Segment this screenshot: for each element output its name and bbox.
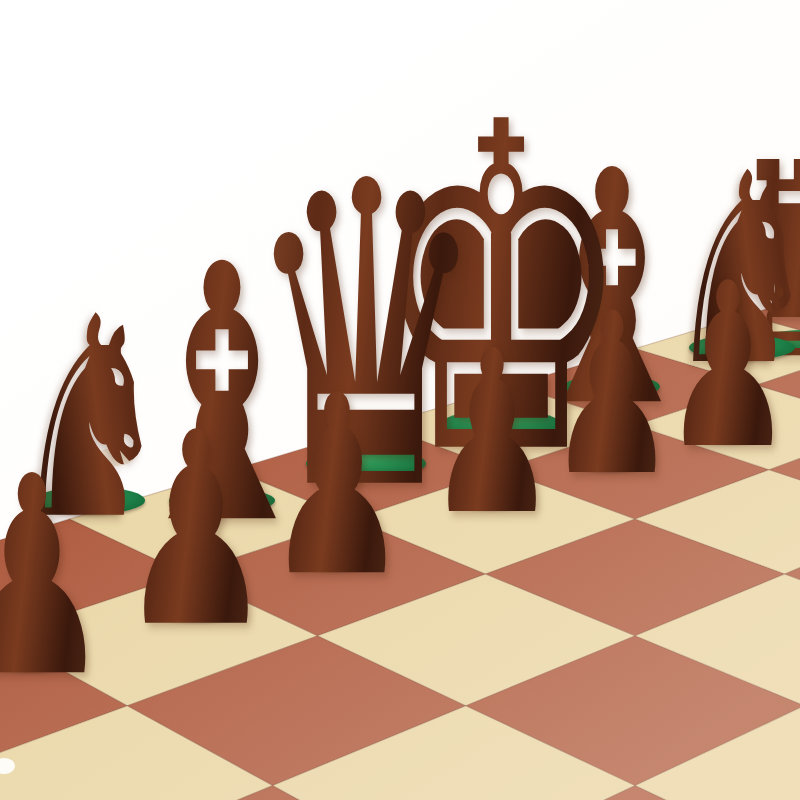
black-pawn-c7[interactable]: ♟ bbox=[265, 362, 410, 610]
black-pawn-a7[interactable]: ♟ bbox=[0, 441, 112, 715]
black-pawn-d7[interactable]: ♟ bbox=[426, 321, 557, 546]
black-pawn-f7[interactable]: ♟ bbox=[662, 253, 794, 480]
chess-set-photo: ♟♞♟♝♟♛♟♚♟♝♟♞♜ bbox=[0, 0, 800, 800]
black-pawn-e7[interactable]: ♟ bbox=[547, 284, 677, 507]
black-pawn-b7[interactable]: ♟ bbox=[118, 398, 273, 664]
